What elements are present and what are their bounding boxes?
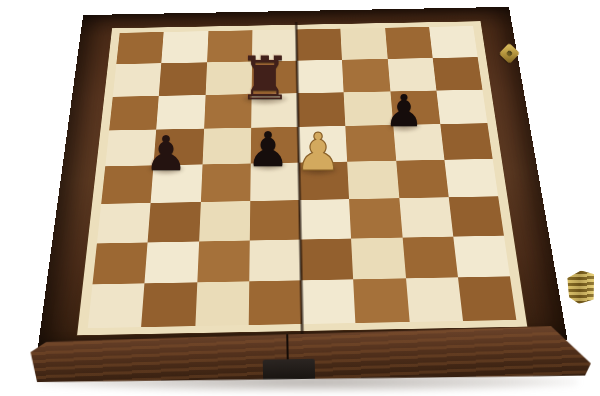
square-b8[interactable] (161, 31, 208, 63)
square-a1[interactable] (88, 284, 145, 329)
square-c4[interactable] (200, 164, 250, 202)
square-b1[interactable] (141, 283, 197, 328)
piece-white-pawn-e4[interactable]: ♟ (295, 126, 342, 178)
square-h5[interactable] (440, 123, 493, 159)
square-g8[interactable] (385, 27, 433, 59)
square-f7[interactable] (342, 59, 390, 92)
square-f8[interactable] (341, 28, 388, 60)
square-h4[interactable] (444, 159, 498, 197)
square-g2[interactable] (402, 236, 458, 278)
square-f3[interactable] (349, 198, 402, 238)
square-a3[interactable] (97, 203, 151, 243)
square-e7[interactable] (297, 60, 344, 93)
square-h6[interactable] (436, 89, 487, 124)
square-f2[interactable] (351, 237, 405, 279)
square-d3[interactable] (250, 200, 301, 240)
square-c1[interactable] (195, 282, 249, 327)
square-c3[interactable] (199, 201, 250, 241)
product-photo-stage: ♜♟♟♟♟ (0, 0, 600, 396)
square-a7[interactable] (113, 63, 162, 96)
square-h8[interactable] (429, 26, 478, 58)
square-e8[interactable] (296, 29, 342, 61)
square-e2[interactable] (300, 238, 353, 280)
square-e1[interactable] (301, 280, 355, 325)
square-g3[interactable] (399, 197, 453, 237)
piece-black-pawn-g5[interactable]: ♟ (384, 89, 423, 133)
square-f4[interactable] (347, 161, 399, 199)
square-f1[interactable] (353, 279, 409, 323)
board-assembly (0, 0, 600, 396)
square-h7[interactable] (432, 57, 482, 90)
square-e3[interactable] (300, 199, 352, 239)
square-h1[interactable] (458, 277, 517, 321)
piece-black-pawn-d4[interactable]: ♟ (246, 125, 289, 173)
square-c2[interactable] (197, 240, 250, 282)
square-g4[interactable] (396, 160, 449, 198)
square-b3[interactable] (148, 202, 201, 242)
hinge-recess (263, 359, 315, 382)
square-d2[interactable] (249, 239, 301, 281)
square-a2[interactable] (92, 242, 147, 284)
square-b7[interactable] (159, 62, 207, 95)
square-a8[interactable] (116, 32, 164, 64)
square-b2[interactable] (145, 241, 199, 283)
square-h3[interactable] (448, 196, 503, 236)
latch-hole (506, 50, 513, 57)
square-h2[interactable] (453, 235, 510, 277)
piece-black-rook-d6[interactable]: ♜ (238, 48, 292, 108)
square-g1[interactable] (406, 278, 463, 322)
square-c5[interactable] (202, 128, 251, 165)
piece-black-pawn-b4[interactable]: ♟ (144, 129, 187, 177)
brass-clasp-icon (567, 270, 595, 304)
square-d1[interactable] (248, 281, 302, 326)
